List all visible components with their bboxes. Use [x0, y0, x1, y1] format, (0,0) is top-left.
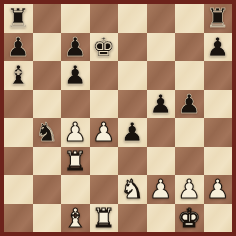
square-f3[interactable] [147, 147, 176, 176]
square-d8[interactable] [90, 4, 119, 33]
square-d5[interactable] [90, 90, 119, 119]
square-f8[interactable] [147, 4, 176, 33]
square-c6[interactable]: ♟ [61, 61, 90, 90]
square-f7[interactable] [147, 33, 176, 62]
square-b5[interactable] [33, 90, 62, 119]
square-b4[interactable]: ♞ [33, 118, 62, 147]
square-e6[interactable] [118, 61, 147, 90]
piece-white-pawn[interactable]: ♟ [64, 118, 87, 147]
square-a7[interactable]: ♟ [4, 33, 33, 62]
square-e2[interactable]: ♞ [118, 175, 147, 204]
piece-black-pawn[interactable]: ♟ [149, 90, 172, 119]
square-d1[interactable]: ♜ [90, 204, 119, 233]
square-d3[interactable] [90, 147, 119, 176]
square-c3[interactable]: ♜ [61, 147, 90, 176]
square-h1[interactable] [204, 204, 233, 233]
piece-black-king[interactable]: ♚ [92, 33, 115, 62]
piece-black-pawn[interactable]: ♟ [64, 33, 87, 62]
square-a2[interactable] [4, 175, 33, 204]
square-a8[interactable]: ♜ [4, 4, 33, 33]
square-b7[interactable] [33, 33, 62, 62]
square-g8[interactable] [175, 4, 204, 33]
square-c1[interactable]: ♝ [61, 204, 90, 233]
square-h7[interactable]: ♟ [204, 33, 233, 62]
square-e1[interactable] [118, 204, 147, 233]
square-b1[interactable] [33, 204, 62, 233]
square-a3[interactable] [4, 147, 33, 176]
square-g5[interactable]: ♟ [175, 90, 204, 119]
square-f2[interactable]: ♟ [147, 175, 176, 204]
square-g3[interactable] [175, 147, 204, 176]
square-g6[interactable] [175, 61, 204, 90]
piece-black-rook[interactable]: ♜ [206, 4, 229, 33]
square-h4[interactable] [204, 118, 233, 147]
square-e3[interactable] [118, 147, 147, 176]
piece-black-knight[interactable]: ♞ [35, 118, 58, 147]
square-f4[interactable] [147, 118, 176, 147]
piece-black-pawn[interactable]: ♟ [64, 61, 87, 90]
square-a1[interactable] [4, 204, 33, 233]
square-b8[interactable] [33, 4, 62, 33]
square-a6[interactable]: ♝ [4, 61, 33, 90]
piece-black-bishop[interactable]: ♝ [7, 61, 30, 90]
square-b3[interactable] [33, 147, 62, 176]
piece-white-pawn[interactable]: ♟ [149, 175, 172, 204]
piece-white-pawn[interactable]: ♟ [206, 175, 229, 204]
square-a4[interactable] [4, 118, 33, 147]
square-e8[interactable] [118, 4, 147, 33]
square-h8[interactable]: ♜ [204, 4, 233, 33]
square-g2[interactable]: ♟ [175, 175, 204, 204]
square-c2[interactable] [61, 175, 90, 204]
square-d6[interactable] [90, 61, 119, 90]
piece-white-pawn[interactable]: ♟ [92, 118, 115, 147]
square-e5[interactable] [118, 90, 147, 119]
square-c8[interactable] [61, 4, 90, 33]
piece-white-rook[interactable]: ♜ [64, 147, 87, 176]
piece-black-pawn[interactable]: ♟ [121, 118, 144, 147]
piece-white-king[interactable]: ♚ [178, 204, 201, 233]
chess-board: ♜♜♟♟♚♟♝♟♟♟♞♟♟♟♜♞♟♟♟♝♜♚ [4, 4, 232, 232]
square-e4[interactable]: ♟ [118, 118, 147, 147]
piece-black-pawn[interactable]: ♟ [206, 33, 229, 62]
square-f6[interactable] [147, 61, 176, 90]
piece-white-bishop[interactable]: ♝ [64, 204, 87, 233]
square-c5[interactable] [61, 90, 90, 119]
square-g1[interactable]: ♚ [175, 204, 204, 233]
piece-white-rook[interactable]: ♜ [92, 204, 115, 233]
square-h3[interactable] [204, 147, 233, 176]
square-b2[interactable] [33, 175, 62, 204]
square-c7[interactable]: ♟ [61, 33, 90, 62]
square-d2[interactable] [90, 175, 119, 204]
square-d4[interactable]: ♟ [90, 118, 119, 147]
piece-white-knight[interactable]: ♞ [121, 175, 144, 204]
piece-black-pawn[interactable]: ♟ [7, 33, 30, 62]
square-b6[interactable] [33, 61, 62, 90]
square-a5[interactable] [4, 90, 33, 119]
square-h5[interactable] [204, 90, 233, 119]
square-e7[interactable] [118, 33, 147, 62]
piece-black-rook[interactable]: ♜ [7, 4, 30, 33]
square-g7[interactable] [175, 33, 204, 62]
square-f1[interactable] [147, 204, 176, 233]
square-c4[interactable]: ♟ [61, 118, 90, 147]
square-h6[interactable] [204, 61, 233, 90]
square-f5[interactable]: ♟ [147, 90, 176, 119]
square-g4[interactable] [175, 118, 204, 147]
board-frame: ♜♜♟♟♚♟♝♟♟♟♞♟♟♟♜♞♟♟♟♝♜♚ [0, 0, 236, 236]
piece-black-pawn[interactable]: ♟ [178, 90, 201, 119]
piece-white-pawn[interactable]: ♟ [178, 175, 201, 204]
square-h2[interactable]: ♟ [204, 175, 233, 204]
square-d7[interactable]: ♚ [90, 33, 119, 62]
